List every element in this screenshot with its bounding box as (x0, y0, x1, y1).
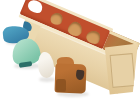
snail-base (19, 61, 33, 68)
photo-scene (0, 0, 140, 101)
rabbit-body (37, 51, 55, 78)
lid-cutout-2 (48, 11, 64, 27)
dog-front-leg-shading (56, 79, 66, 92)
lid-cutout-1 (26, 0, 45, 16)
box-right-end-inner-panel (109, 53, 135, 88)
white-rabbit-piece (38, 52, 56, 80)
brown-dog-piece (55, 57, 91, 95)
